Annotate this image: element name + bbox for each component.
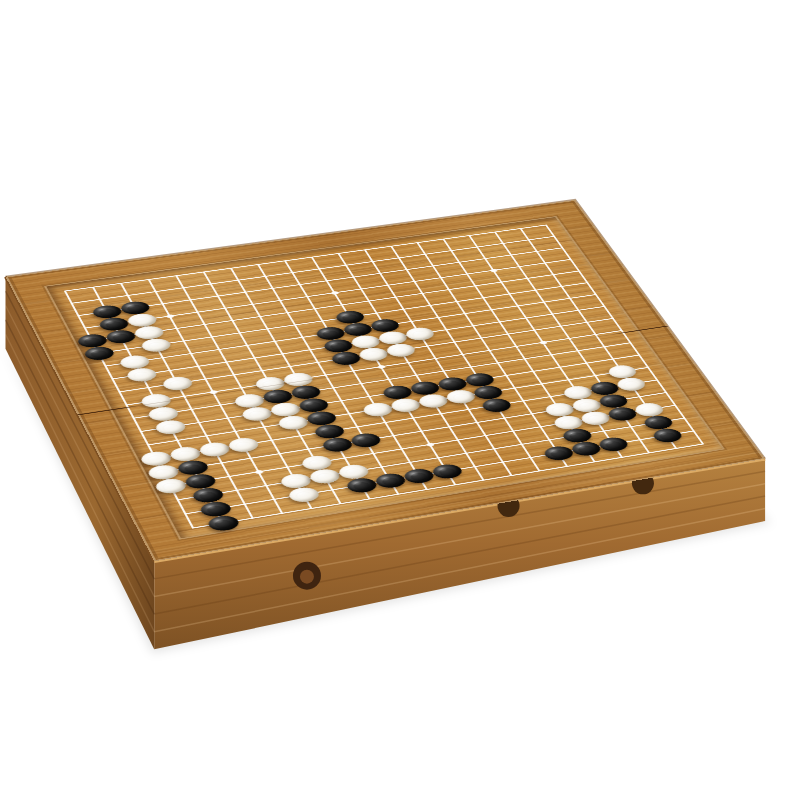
white-stone: ○ xyxy=(403,326,437,342)
white-stone-glyph: ○ xyxy=(129,367,154,382)
white-stone: ○ xyxy=(388,397,423,414)
white-stone-glyph: ○ xyxy=(407,327,432,341)
star-point xyxy=(425,442,434,446)
black-stone-glyph: ● xyxy=(405,468,431,484)
white-stone: ○ xyxy=(239,405,274,422)
white-stone: ○ xyxy=(285,486,321,504)
black-stone: ● xyxy=(568,440,603,457)
black-stone-glyph: ● xyxy=(573,441,599,457)
white-stone-glyph: ○ xyxy=(365,402,390,417)
black-stone: ● xyxy=(205,514,241,532)
black-stone: ● xyxy=(348,432,383,449)
white-stone-glyph: ○ xyxy=(448,389,473,404)
white-stone-glyph: ○ xyxy=(143,338,167,353)
white-stone: ○ xyxy=(614,376,648,392)
white-stone: ○ xyxy=(578,410,613,427)
black-stone-glyph: ● xyxy=(434,463,460,479)
black-stone: ● xyxy=(429,463,464,480)
black-stone-glyph: ● xyxy=(545,445,571,461)
product-photo: ●●●○●●○●○●○●●●○●○○○○●○○○○○○○●●○○○●●●●●○●… xyxy=(0,0,800,800)
white-stone: ○ xyxy=(153,418,188,435)
white-stone-glyph: ○ xyxy=(388,343,413,358)
white-stone: ○ xyxy=(124,366,158,382)
white-stone-glyph: ○ xyxy=(420,393,445,408)
white-stone-glyph: ○ xyxy=(618,377,643,392)
black-stone-glyph: ● xyxy=(609,406,634,421)
black-stone: ● xyxy=(343,476,379,494)
black-stone: ● xyxy=(479,397,514,414)
white-stone: ○ xyxy=(307,467,343,485)
white-stone-glyph: ○ xyxy=(157,419,182,435)
black-stone-glyph: ● xyxy=(377,473,403,489)
white-stone-glyph: ○ xyxy=(582,411,607,426)
black-stone: ● xyxy=(103,329,137,345)
white-stone: ○ xyxy=(275,414,310,431)
white-stone-glyph: ○ xyxy=(361,347,386,362)
white-stone-glyph: ○ xyxy=(392,398,417,413)
black-stone: ● xyxy=(328,350,362,366)
star-point xyxy=(330,291,339,295)
white-stone: ○ xyxy=(196,441,231,458)
white-stone: ○ xyxy=(383,342,417,358)
black-stone: ● xyxy=(319,436,354,453)
white-stone-glyph: ○ xyxy=(157,478,183,494)
white-stone: ○ xyxy=(152,477,188,495)
black-stone-glyph: ● xyxy=(333,351,358,366)
black-stone-glyph: ● xyxy=(210,515,236,532)
white-stone: ○ xyxy=(225,436,260,453)
finger-hole-dowel xyxy=(300,570,314,584)
black-stone-glyph: ● xyxy=(483,398,508,413)
star-point xyxy=(489,268,498,272)
star-point xyxy=(254,470,263,475)
white-stone: ○ xyxy=(443,388,477,404)
black-stone-glyph: ● xyxy=(353,432,378,448)
white-stone-glyph: ○ xyxy=(290,486,316,502)
black-stone: ● xyxy=(605,406,640,423)
black-stone: ● xyxy=(595,436,630,453)
white-stone: ○ xyxy=(360,401,395,418)
black-stone: ● xyxy=(372,472,408,490)
white-stone-glyph: ○ xyxy=(165,376,190,391)
black-stone: ● xyxy=(401,467,436,485)
white-stone-glyph: ○ xyxy=(311,468,337,484)
black-stone-glyph: ● xyxy=(324,437,349,453)
white-stone: ○ xyxy=(415,393,450,410)
black-stone: ● xyxy=(82,345,116,361)
black-stone: ● xyxy=(541,445,576,462)
star-point xyxy=(165,314,174,318)
white-stone-glyph: ○ xyxy=(244,406,269,421)
white-stone: ○ xyxy=(160,375,195,392)
black-stone-glyph: ● xyxy=(600,436,626,451)
black-stone-glyph: ● xyxy=(348,477,374,493)
black-stone-glyph: ● xyxy=(86,346,110,361)
white-stone-glyph: ○ xyxy=(280,415,305,430)
black-stone-glyph: ● xyxy=(654,428,680,443)
white-stone-glyph: ○ xyxy=(230,437,255,453)
white-stone: ○ xyxy=(356,346,390,362)
black-stone-glyph: ● xyxy=(108,329,132,344)
black-stone: ● xyxy=(650,427,685,444)
white-stone: ○ xyxy=(139,337,173,353)
white-stone-glyph: ○ xyxy=(201,441,226,457)
